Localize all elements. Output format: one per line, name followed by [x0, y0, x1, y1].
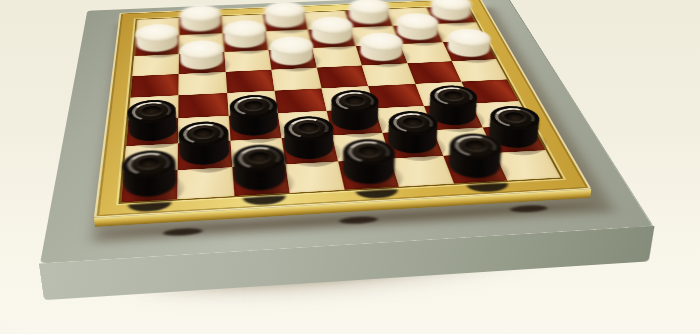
- square-a5[interactable]: [130, 74, 179, 98]
- white-piece-c7[interactable]: [224, 32, 267, 51]
- black-piece-a1[interactable]: [123, 171, 176, 201]
- black-piece-c3[interactable]: [230, 114, 279, 139]
- white-piece-a7[interactable]: [136, 36, 178, 55]
- black-piece-e3[interactable]: [329, 109, 381, 134]
- white-piece-d8[interactable]: [265, 13, 307, 31]
- white-piece-e7[interactable]: [310, 29, 355, 48]
- black-piece-e1[interactable]: [340, 159, 397, 188]
- perspective-wrapper: [72, 0, 572, 334]
- square-d4[interactable]: [274, 88, 326, 113]
- checkers-board: [94, 0, 591, 218]
- black-piece-c1[interactable]: [234, 165, 288, 195]
- square-e5[interactable]: [317, 65, 369, 88]
- board-grid: [121, 6, 560, 203]
- square-c5[interactable]: [225, 70, 274, 93]
- square-b4[interactable]: [179, 93, 229, 118]
- white-piece-b6[interactable]: [181, 53, 224, 73]
- black-piece-b2[interactable]: [180, 141, 230, 169]
- black-piece-g1[interactable]: [445, 154, 505, 183]
- white-piece-f6[interactable]: [358, 45, 405, 65]
- white-piece-b8[interactable]: [181, 17, 221, 35]
- white-piece-f8[interactable]: [347, 10, 391, 27]
- white-piece-h6[interactable]: [445, 41, 495, 61]
- black-piece-a3[interactable]: [128, 119, 177, 145]
- white-piece-d6[interactable]: [270, 49, 315, 69]
- scene: [0, 0, 700, 334]
- black-piece-d2[interactable]: [283, 136, 336, 163]
- base-slab: [40, 0, 653, 263]
